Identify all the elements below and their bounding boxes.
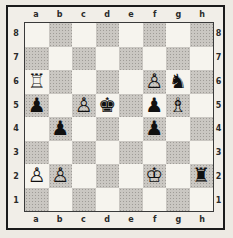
rank-label-2: 2 [8, 165, 24, 189]
square-g1[interactable] [166, 188, 190, 212]
square-f5[interactable]: ♟ [143, 94, 167, 118]
square-e1[interactable] [119, 188, 143, 212]
square-a5[interactable]: ♟ [25, 94, 49, 118]
white-king-f2[interactable]: ♔ [145, 164, 163, 188]
square-c4[interactable] [72, 117, 96, 141]
square-e2[interactable] [119, 164, 143, 188]
white-pawn-c5[interactable]: ♙ [75, 94, 93, 118]
square-e8[interactable] [119, 23, 143, 47]
square-g3[interactable] [166, 141, 190, 165]
rank-label-5: 5 [214, 93, 223, 117]
square-h4[interactable] [190, 117, 214, 141]
square-d5[interactable]: ♚ [96, 94, 120, 118]
square-a3[interactable] [25, 141, 49, 165]
white-pawn-f6[interactable]: ♙ [145, 70, 163, 94]
square-b2[interactable]: ♙ [49, 164, 73, 188]
square-b1[interactable] [49, 188, 73, 212]
rank-label-5: 5 [8, 93, 24, 117]
square-a4[interactable] [25, 117, 49, 141]
square-f1[interactable] [143, 188, 167, 212]
black-pawn-f5[interactable]: ♟ [145, 94, 163, 118]
square-c5[interactable]: ♙ [72, 94, 96, 118]
rank-labels-left: 87654321 [8, 22, 24, 212]
square-g2[interactable] [166, 164, 190, 188]
file-label-e: e [119, 7, 143, 22]
file-label-g: g [167, 7, 191, 22]
file-label-f: f [143, 211, 167, 228]
square-d8[interactable] [96, 23, 120, 47]
file-label-h: h [190, 211, 214, 228]
rank-label-4: 4 [8, 117, 24, 141]
chess-board-frame: abcdefgh 87654321 ♖♙♞♟♙♚♟♗♟♟♙♙♔♜ 8765432… [6, 5, 225, 230]
square-b7[interactable] [49, 47, 73, 71]
square-g8[interactable] [166, 23, 190, 47]
square-g7[interactable] [166, 47, 190, 71]
square-h5[interactable] [190, 94, 214, 118]
square-a7[interactable] [25, 47, 49, 71]
square-f2[interactable]: ♔ [143, 164, 167, 188]
square-b5[interactable] [49, 94, 73, 118]
square-f8[interactable] [143, 23, 167, 47]
file-label-b: b [48, 7, 72, 22]
square-c3[interactable] [72, 141, 96, 165]
square-e4[interactable] [119, 117, 143, 141]
rank-label-2: 2 [214, 165, 223, 189]
white-bishop-g5[interactable]: ♗ [169, 94, 187, 118]
rank-label-1: 1 [8, 188, 24, 212]
file-label-c: c [72, 7, 96, 22]
file-label-b: b [48, 211, 72, 228]
file-label-a: a [24, 211, 48, 228]
rank-label-7: 7 [8, 46, 24, 70]
white-pawn-a2[interactable]: ♙ [28, 164, 46, 188]
rank-labels-right: 87654321 [214, 22, 223, 212]
square-b6[interactable] [49, 70, 73, 94]
square-d1[interactable] [96, 188, 120, 212]
square-b4[interactable]: ♟ [49, 117, 73, 141]
file-label-h: h [190, 7, 214, 22]
square-d4[interactable] [96, 117, 120, 141]
rank-label-6: 6 [8, 70, 24, 94]
square-d6[interactable] [96, 70, 120, 94]
square-h8[interactable] [190, 23, 214, 47]
file-label-f: f [143, 7, 167, 22]
white-rook-a6[interactable]: ♖ [28, 70, 46, 94]
square-h7[interactable] [190, 47, 214, 71]
square-b3[interactable] [49, 141, 73, 165]
rank-label-3: 3 [214, 141, 223, 165]
square-d2[interactable] [96, 164, 120, 188]
square-d7[interactable] [96, 47, 120, 71]
file-label-e: e [119, 211, 143, 228]
square-a1[interactable] [25, 188, 49, 212]
book-page: { "game": "chess", "diagram_type": "prin… [0, 0, 233, 238]
rank-label-7: 7 [214, 46, 223, 70]
black-pawn-b4[interactable]: ♟ [51, 117, 69, 141]
black-knight-g6[interactable]: ♞ [169, 70, 187, 94]
file-label-c: c [72, 211, 96, 228]
white-pawn-b2[interactable]: ♙ [51, 164, 69, 188]
square-c8[interactable] [72, 23, 96, 47]
rank-label-1: 1 [214, 188, 223, 212]
square-f6[interactable]: ♙ [143, 70, 167, 94]
square-h2[interactable]: ♜ [190, 164, 214, 188]
square-f3[interactable] [143, 141, 167, 165]
square-g5[interactable]: ♗ [166, 94, 190, 118]
rank-label-8: 8 [8, 22, 24, 46]
rank-label-8: 8 [214, 22, 223, 46]
square-g4[interactable] [166, 117, 190, 141]
square-e6[interactable] [119, 70, 143, 94]
square-d3[interactable] [96, 141, 120, 165]
square-h3[interactable] [190, 141, 214, 165]
square-b8[interactable] [49, 23, 73, 47]
square-f4[interactable]: ♟ [143, 117, 167, 141]
black-rook-h2[interactable]: ♜ [192, 164, 210, 188]
file-label-d: d [95, 7, 119, 22]
square-c7[interactable] [72, 47, 96, 71]
black-pawn-f4[interactable]: ♟ [145, 117, 163, 141]
square-a6[interactable]: ♖ [25, 70, 49, 94]
square-e3[interactable] [119, 141, 143, 165]
square-f7[interactable] [143, 47, 167, 71]
chess-board: ♖♙♞♟♙♚♟♗♟♟♙♙♔♜ [24, 22, 214, 212]
rank-label-6: 6 [214, 70, 223, 94]
square-e7[interactable] [119, 47, 143, 71]
file-labels-bottom: abcdefgh [24, 211, 214, 228]
square-h6[interactable] [190, 70, 214, 94]
square-h1[interactable] [190, 188, 214, 212]
square-g6[interactable]: ♞ [166, 70, 190, 94]
square-a2[interactable]: ♙ [25, 164, 49, 188]
square-a8[interactable] [25, 23, 49, 47]
black-pawn-a5[interactable]: ♟ [28, 94, 46, 118]
black-king-d5[interactable]: ♚ [98, 94, 116, 118]
rank-label-4: 4 [214, 117, 223, 141]
square-c6[interactable] [72, 70, 96, 94]
file-labels-top: abcdefgh [24, 7, 214, 22]
file-label-g: g [167, 211, 191, 228]
rank-label-3: 3 [8, 141, 24, 165]
square-c1[interactable] [72, 188, 96, 212]
file-label-a: a [24, 7, 48, 22]
square-c2[interactable] [72, 164, 96, 188]
file-label-d: d [95, 211, 119, 228]
square-e5[interactable] [119, 94, 143, 118]
